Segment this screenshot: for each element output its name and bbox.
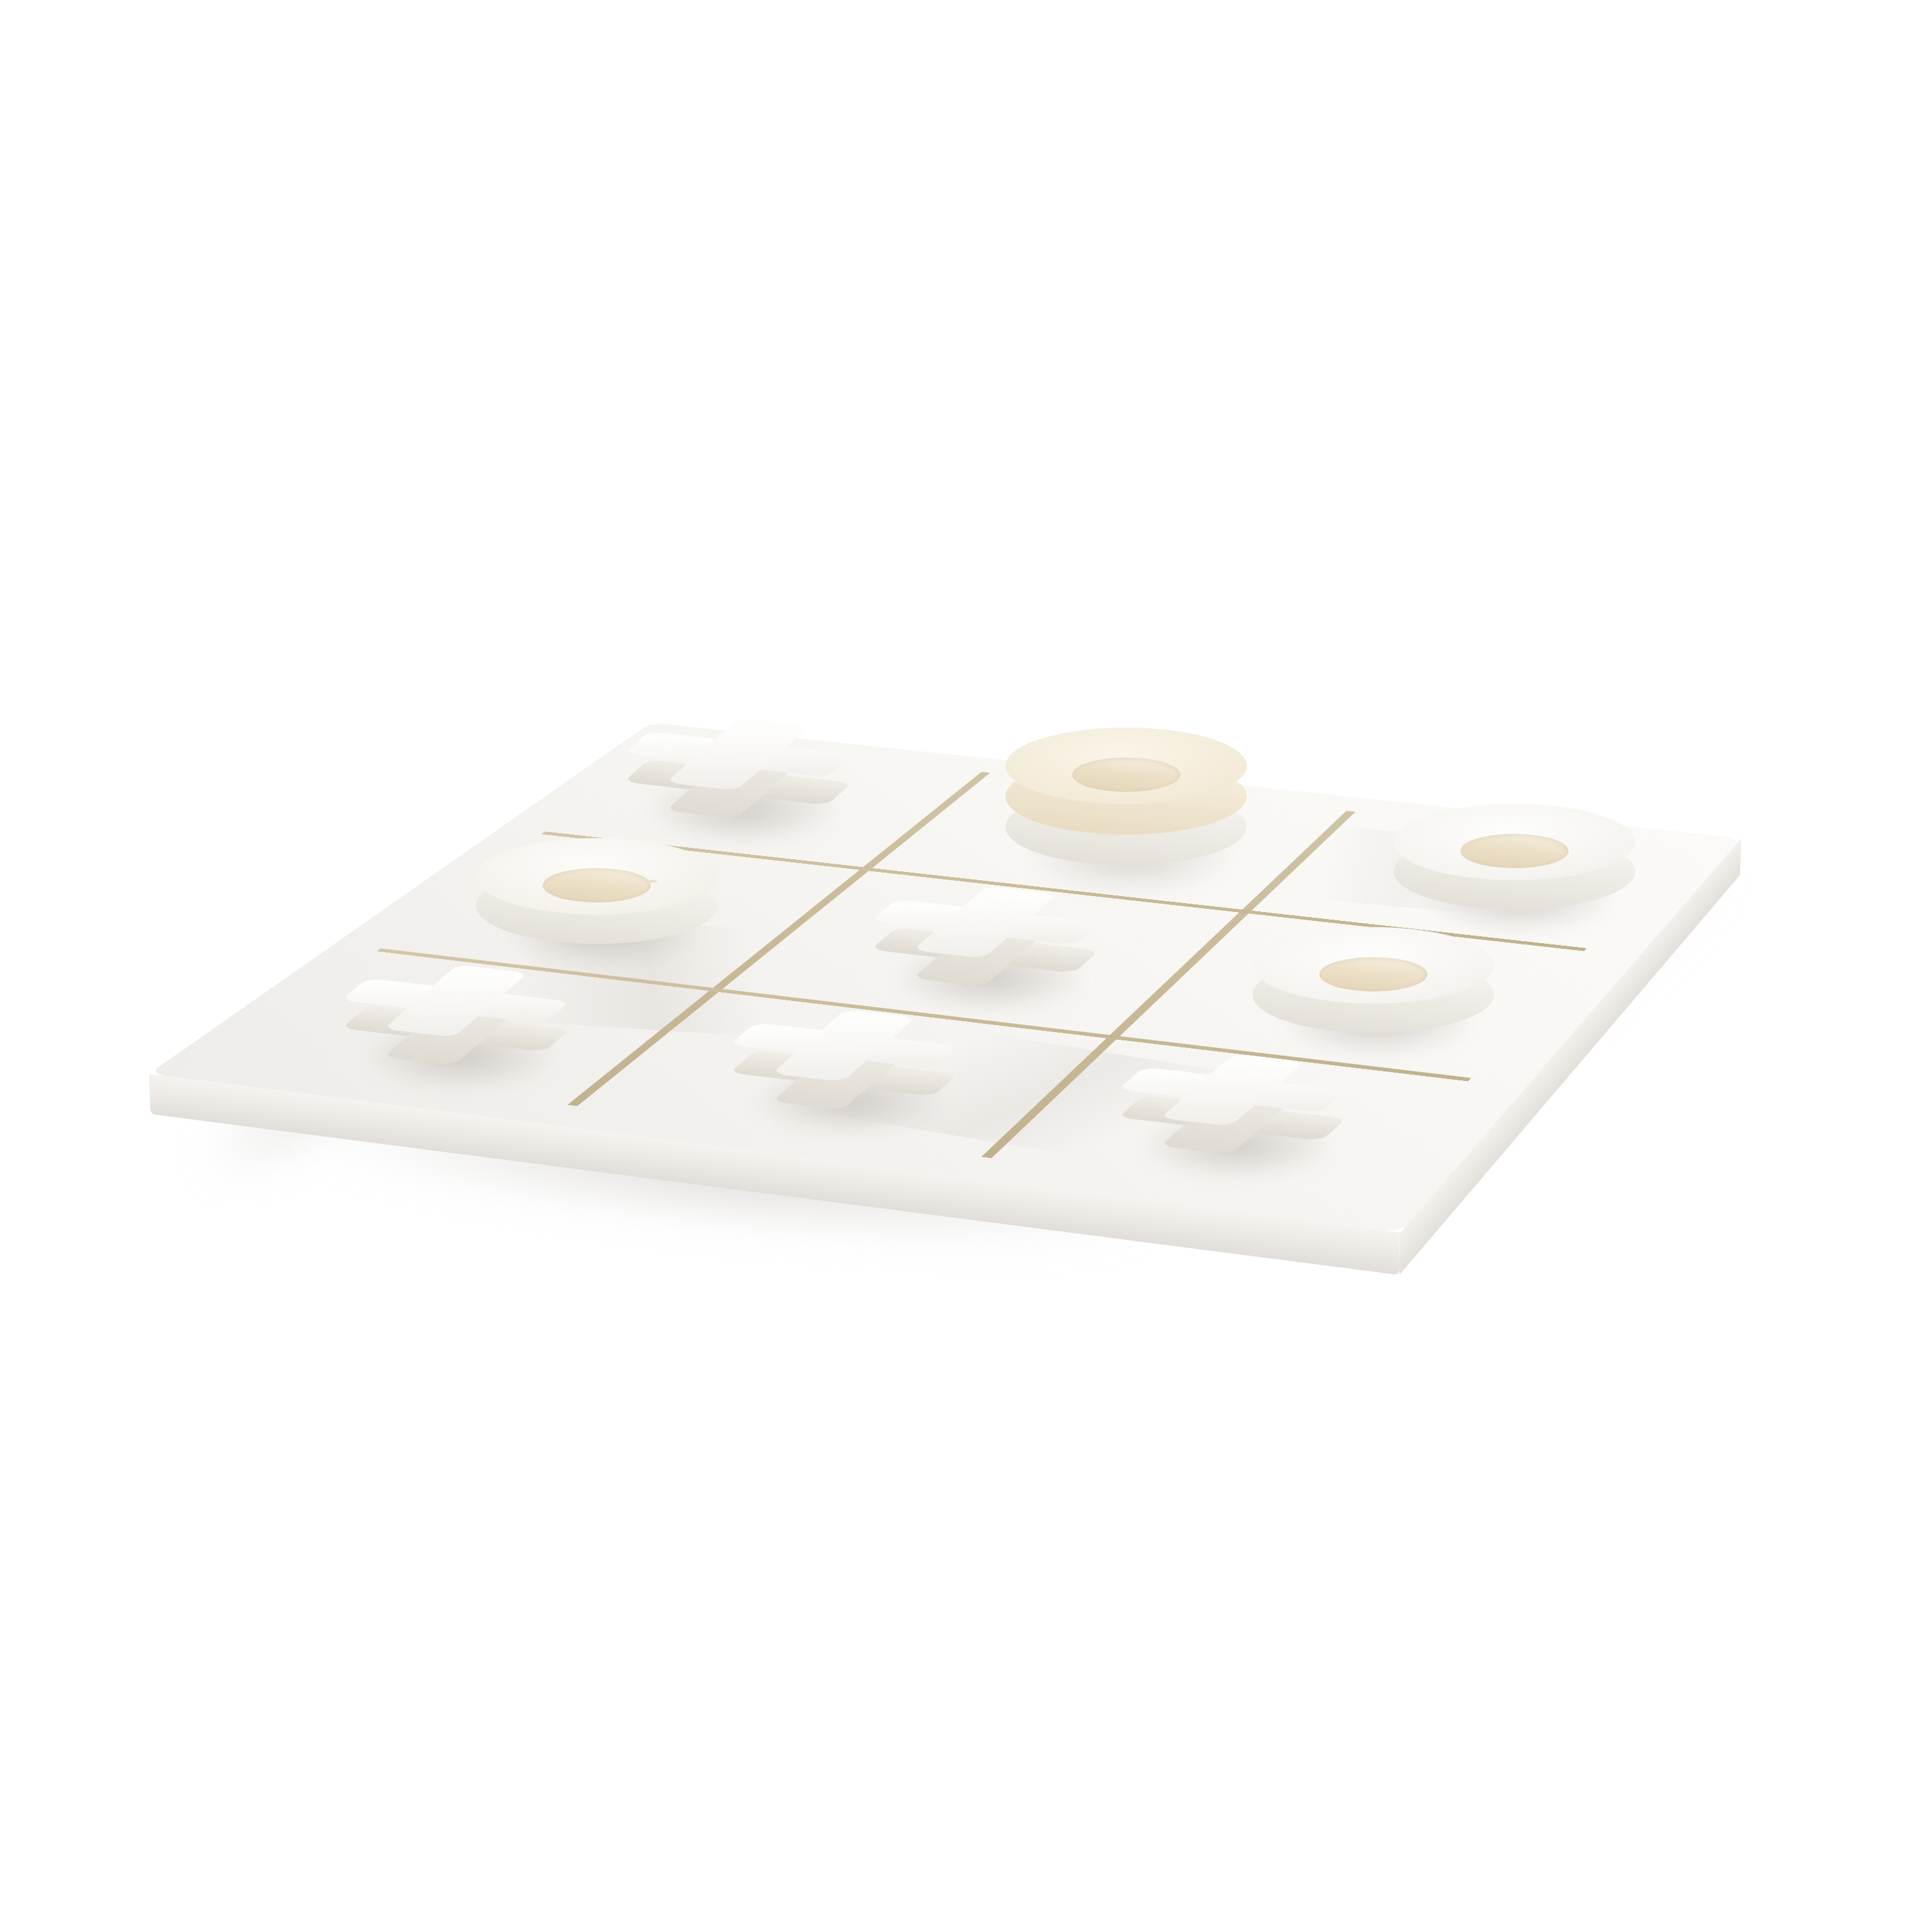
product-photo-stage	[0, 0, 1932, 1932]
